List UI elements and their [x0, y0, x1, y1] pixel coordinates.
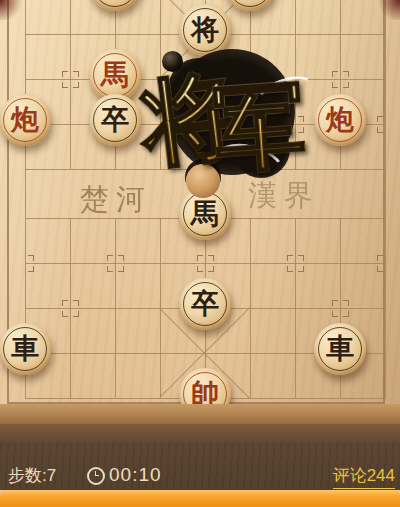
- point-marker-corner: [332, 300, 338, 306]
- point-marker-corner: [208, 116, 214, 122]
- point-marker-corner: [62, 300, 68, 306]
- point-marker-corner: [197, 127, 203, 133]
- point-marker-corner: [28, 266, 34, 272]
- point-marker: [62, 300, 79, 317]
- point-marker-corner: [298, 266, 304, 272]
- point-marker-corner: [28, 255, 34, 261]
- piece-ring: [228, 0, 272, 7]
- point-marker: [62, 71, 79, 88]
- point-marker-corner: [107, 266, 113, 272]
- point-marker-corner: [208, 266, 214, 272]
- xiangqi-app-screen: 楚河 漢界 象士将馬炮卒炮馬卒車車帥 将 军 步数:7 00:10 评论244: [0, 0, 400, 507]
- piece-red-炮[interactable]: 炮: [0, 94, 51, 146]
- point-marker-corner: [343, 71, 349, 77]
- point-marker-corner: [62, 311, 68, 317]
- piece-black-車[interactable]: 車: [314, 323, 366, 375]
- point-marker-corner: [332, 71, 338, 77]
- comments-link[interactable]: 评论244: [333, 464, 395, 489]
- point-marker-corner: [332, 311, 338, 317]
- move-counter: 步数:7: [8, 464, 56, 487]
- grid-line: [385, 0, 386, 398]
- river-label-left: 楚河: [80, 180, 152, 220]
- point-marker: [287, 116, 304, 133]
- point-marker-corner: [73, 300, 79, 306]
- point-marker-corner: [62, 71, 68, 77]
- point-marker-corner: [343, 300, 349, 306]
- point-marker-corner: [197, 266, 203, 272]
- piece-ring: [183, 192, 227, 236]
- point-marker-corner: [208, 255, 214, 261]
- river-label-right: 漢界: [248, 176, 320, 216]
- xiangqi-board[interactable]: 楚河 漢界 象士将馬炮卒炮馬卒車車帥 将 军: [0, 0, 400, 404]
- piece-black-将[interactable]: 将: [179, 4, 231, 56]
- point-marker-corner: [118, 266, 124, 272]
- point-marker-corner: [73, 311, 79, 317]
- piece-black-馬[interactable]: 馬: [179, 188, 231, 240]
- point-marker-corner: [62, 82, 68, 88]
- point-marker: [377, 116, 394, 133]
- piece-ring: [93, 0, 137, 7]
- piece-black-卒[interactable]: 卒: [89, 94, 141, 146]
- point-marker-corner: [298, 127, 304, 133]
- point-marker: [197, 255, 214, 272]
- piece-ring: [93, 98, 137, 142]
- piece-black-卒[interactable]: 卒: [179, 278, 231, 330]
- point-marker: [197, 116, 214, 133]
- piece-ring: [183, 372, 227, 404]
- piece-ring: [318, 98, 362, 142]
- piece-ring: [3, 98, 47, 142]
- point-marker-corner: [298, 116, 304, 122]
- point-marker-corner: [332, 82, 338, 88]
- point-marker: [287, 255, 304, 272]
- point-marker-corner: [287, 127, 293, 133]
- point-marker-corner: [73, 71, 79, 77]
- piece-red-炮[interactable]: 炮: [314, 94, 366, 146]
- point-marker-corner: [107, 255, 113, 261]
- point-marker-corner: [208, 127, 214, 133]
- clock-icon: [87, 467, 105, 485]
- point-marker-corner: [287, 116, 293, 122]
- point-marker-corner: [118, 255, 124, 261]
- corner-vignette: [378, 0, 400, 20]
- board-front-edge: [0, 404, 400, 424]
- corner-vignette: [0, 0, 22, 20]
- point-marker: [107, 255, 124, 272]
- point-marker-corner: [377, 116, 383, 122]
- point-marker-corner: [343, 82, 349, 88]
- piece-ring: [183, 282, 227, 326]
- piece-ring: [183, 8, 227, 52]
- point-marker-corner: [298, 255, 304, 261]
- point-marker: [332, 300, 349, 317]
- point-marker-corner: [287, 266, 293, 272]
- piece-ring: [3, 327, 47, 371]
- point-marker-corner: [377, 255, 383, 261]
- point-marker: [332, 71, 349, 88]
- point-marker-corner: [197, 116, 203, 122]
- point-marker: [377, 255, 394, 272]
- point-marker-corner: [343, 311, 349, 317]
- piece-ring: [318, 327, 362, 371]
- board-shadow: [0, 424, 400, 443]
- piece-black-車[interactable]: 車: [0, 323, 51, 375]
- point-marker-corner: [73, 82, 79, 88]
- point-marker-corner: [197, 255, 203, 261]
- point-marker-corner: [377, 127, 383, 133]
- bottom-panel-handle[interactable]: [0, 490, 400, 507]
- piece-ring: [93, 53, 137, 97]
- point-marker-corner: [377, 266, 383, 272]
- point-marker: [17, 255, 34, 272]
- point-marker-corner: [287, 255, 293, 261]
- timer-value: 00:10: [109, 464, 162, 486]
